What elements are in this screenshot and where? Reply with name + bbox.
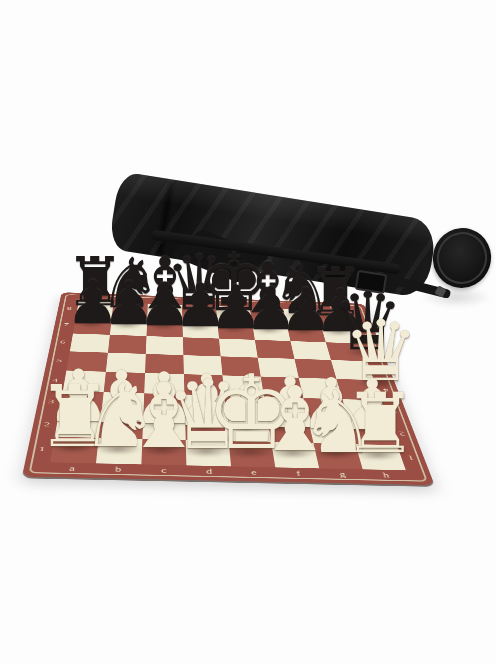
rank-label-6-left: 6 <box>60 339 66 345</box>
piece-white-rook-h1: ♜ <box>343 382 417 465</box>
product-photo-scene: aabbccddeeffgghh1122334455667788 ♜♞♝♛♚♝♞… <box>0 0 496 664</box>
